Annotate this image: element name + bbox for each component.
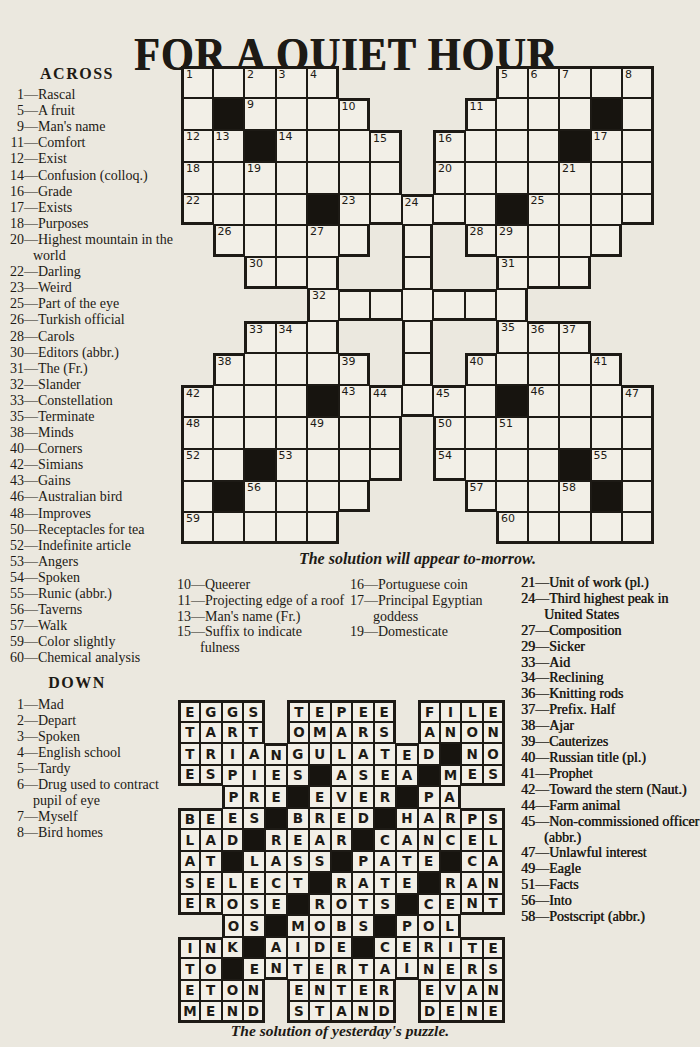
puzzle-cell-r4c15[interactable] [622,162,654,194]
solution-cell-r2c2: A [200,722,222,744]
puzzle-cell-r7c11[interactable]: 31 [496,257,528,289]
puzzle-cell-r11c9[interactable]: 45 [433,385,465,417]
puzzle-cell-r3c9[interactable]: 16 [433,130,465,162]
solution-letter: A [380,961,390,977]
puzzle-cell-r11c13[interactable] [559,385,591,417]
puzzle-cell-r7c8[interactable] [402,257,434,289]
puzzle-cell-r6c14[interactable] [591,225,623,257]
clue-text: Constellation [38,393,113,408]
puzzle-cell-r2c6[interactable]: 10 [339,98,371,130]
puzzle-cell-r11c5 [307,385,339,417]
puzzle-cell-r10c2[interactable]: 38 [213,353,245,385]
puzzle-cell-r1c11[interactable]: 5 [496,66,528,98]
cell-number: 12 [186,131,200,143]
puzzle-cell-r5c12[interactable]: 25 [528,194,560,226]
solution-cell-r8c13 [440,851,462,873]
puzzle-cell-r7c12[interactable] [528,257,560,289]
puzzle-cell-r8c7[interactable] [370,289,402,321]
puzzle-cell-r5c9[interactable] [433,194,465,226]
puzzle-cell-r13c1[interactable]: 52 [181,449,213,481]
puzzle-cell-r8c6[interactable] [339,289,371,321]
clue-number: 11 [173,593,191,609]
solution-cell-r2c8: A [331,722,353,744]
clue-number: 10 [173,577,191,593]
puzzle-cell-r6c3[interactable] [244,225,276,257]
clue-number: 54 [6,570,24,586]
puzzle-cell-r3c11[interactable] [496,130,528,162]
puzzle-cell-r11c10[interactable] [465,385,497,417]
puzzle-cell-r14c15[interactable] [622,481,654,513]
puzzle-cell-r4c6[interactable] [339,162,371,194]
puzzle-cell-r3c3 [244,130,276,162]
solution-letter: A [467,982,477,998]
puzzle-cell-r5c13[interactable] [559,194,591,226]
puzzle-cell-r8c9[interactable] [433,289,465,321]
solution-cell-r13c7: E [309,958,331,980]
clue: 38—Ajar [517,718,700,734]
puzzle-cell-r5c2[interactable] [213,194,245,226]
puzzle-cell-r4c5[interactable] [307,162,339,194]
solution-cell-r12c15: E [483,937,505,959]
clue-number: 55 [6,586,24,602]
solution-cell-r3c4: A [243,743,265,765]
puzzle-cell-r10c3[interactable] [244,353,276,385]
solution-letter: L [445,918,454,934]
clue: 25—Part of the eye [6,296,176,312]
clue-number: 39 [517,734,535,750]
puzzle-cell-r4c14[interactable] [591,162,623,194]
solution-cell-r3c8: L [331,743,353,765]
puzzle-cell-r5c8[interactable]: 24 [402,194,434,226]
puzzle-cell-r10c5[interactable] [307,353,339,385]
puzzle-cell-r3c10[interactable] [465,130,497,162]
clue-text: Highest mountain in the world [33,232,173,263]
puzzle-cell-r9c12[interactable]: 36 [528,321,560,353]
puzzle-cell-r6c5[interactable]: 27 [307,225,339,257]
puzzle-cell-r11c3[interactable] [244,385,276,417]
solution-cell-r14c4: N [243,980,265,1002]
puzzle-cell-r7c5[interactable] [307,257,339,289]
solution-cell-r5c3: P [222,786,244,808]
puzzle-cell-r15c4[interactable] [276,512,308,544]
puzzle-cell-r3c15[interactable] [622,130,654,162]
solution-letter: D [227,832,238,848]
solution-letter: S [315,853,325,869]
clue-number: 40 [517,750,535,766]
solution-letter: N [487,982,498,998]
clue-text: Domesticate [378,624,448,639]
puzzle-cell-r2c1[interactable] [181,98,213,130]
puzzle-cell-r14c12[interactable] [528,481,560,513]
puzzle-cell-r10c13[interactable] [559,353,591,385]
puzzle-cell-r4c10[interactable] [465,162,497,194]
puzzle-cell-r15c3[interactable] [244,512,276,544]
puzzle-cell-r12c4[interactable] [276,417,308,449]
clue-text: Grade [38,184,72,199]
clue-text: Projecting edge of a roof [205,593,344,608]
solution-cell-r3c1: T [178,743,200,765]
puzzle-cell-r15c13[interactable] [559,512,591,544]
puzzle-cell-r4c3[interactable]: 19 [244,162,276,194]
cell-number: 18 [186,163,200,175]
puzzle-cell-r11c2[interactable] [213,385,245,417]
puzzle-cell-r11c1[interactable]: 42 [181,385,213,417]
puzzle-cell-r5c3[interactable] [244,194,276,226]
puzzle-cell-r15c11[interactable]: 60 [496,512,528,544]
solution-letter: N [248,982,259,998]
solution-cell-r6c3: E [222,808,244,830]
cell-number: 59 [186,513,200,525]
puzzle-cell-r4c11[interactable] [496,162,528,194]
puzzle-cell-r3c2[interactable]: 13 [213,130,245,162]
puzzle-cell-r15c12[interactable] [528,512,560,544]
puzzle-cell-r6c2[interactable]: 26 [213,225,245,257]
solution-cell-r14c3: O [222,980,244,1002]
solution-letter: L [250,853,259,869]
puzzle-cell-r12c3[interactable] [244,417,276,449]
puzzle-cell-r8c5[interactable]: 32 [307,289,339,321]
clue: 14—Confusion (colloq.) [6,168,176,184]
solution-letter: E [228,810,237,826]
puzzle-cell-r13c10[interactable] [465,449,497,481]
puzzle-cell-r4c13[interactable]: 21 [559,162,591,194]
puzzle-cell-r13c14[interactable]: 55 [591,449,623,481]
puzzle-cell-r6c10[interactable]: 28 [465,225,497,257]
solution-letter: L [186,832,195,848]
puzzle-cell-r3c1[interactable]: 12 [181,130,213,162]
clue-number: 1 [6,697,24,713]
solution-cell-r1c14: L [461,700,483,722]
puzzle-cell-r15c15[interactable] [622,512,654,544]
puzzle-cell-r12c13[interactable] [559,417,591,449]
solution-cell-r13c14: R [461,958,483,980]
clue-text: Turkish official [38,312,125,327]
puzzle-cell-r3c6[interactable] [339,130,371,162]
puzzle-cell-r6c8[interactable] [402,225,434,257]
solution-cell-r9c14: A [461,872,483,894]
solution-letter: E [488,940,497,956]
cell-number: 57 [470,482,484,494]
puzzle-cell-r6c6[interactable] [339,225,371,257]
puzzle-cell-r11c7[interactable]: 44 [370,385,402,417]
solution-letter: R [336,961,346,977]
puzzle-cell-r1c4[interactable]: 3 [276,66,308,98]
puzzle-cell-r11c14[interactable] [591,385,623,417]
solution-cell-r12c1: I [178,937,200,959]
puzzle-cell-r1c12[interactable]: 6 [528,66,560,98]
puzzle-cell-r6c12[interactable] [528,225,560,257]
solution-cell-r9c11: E [396,872,418,894]
solution-cell-r9c6: T [287,872,309,894]
puzzle-cell-r3c5[interactable] [307,130,339,162]
puzzle-cell-r4c4[interactable] [276,162,308,194]
puzzle-cell-r15c14[interactable] [591,512,623,544]
puzzle-cell-r12c9[interactable]: 50 [433,417,465,449]
puzzle-cell-r2c3[interactable]: 9 [244,98,276,130]
solution-letter: N [270,960,281,976]
solution-letter: E [402,939,411,955]
solution-cell-r7c3: D [222,829,244,851]
puzzle-cell-r5c15[interactable] [622,194,654,226]
puzzle-cell-r14c1[interactable] [181,481,213,513]
puzzle-cell-r4c9[interactable]: 20 [433,162,465,194]
puzzle-cell-r11c15[interactable]: 47 [622,385,654,417]
puzzle-cell-r9c4[interactable]: 34 [276,321,308,353]
solution-cell-r14c8: T [331,980,353,1002]
puzzle-cell-r1c2[interactable] [213,66,245,98]
clue-text: Bird homes [38,825,103,840]
puzzle-cell-r5c1[interactable]: 22 [181,194,213,226]
down-clue-list-mid1: 10—Queerer11—Projecting edge of a roof13… [173,577,345,656]
puzzle-cell-r14c5[interactable] [307,481,339,513]
solution-cell-r15c10: D [374,1001,396,1023]
puzzle-cell-r1c14[interactable] [591,66,623,98]
puzzle-cell-r9c8[interactable] [402,321,434,353]
clue-number: 6 [6,777,24,793]
puzzle-cell-r1c13[interactable]: 7 [559,66,591,98]
solution-letter: N [487,875,498,891]
puzzle-cell-r12c10[interactable] [465,417,497,449]
puzzle-cell-r9c11[interactable]: 35 [496,321,528,353]
puzzle-cell-r11c4[interactable] [276,385,308,417]
puzzle-cell-r8c11[interactable] [496,289,528,321]
solution-cell-r12c4 [243,937,265,959]
solution-cell-r6c8: E [331,808,353,830]
puzzle-cell-r2c4[interactable] [276,98,308,130]
clue-number: 35 [6,409,24,425]
solution-cell-r10c6 [287,894,309,916]
solution-letter: A [185,853,195,869]
puzzle-cell-r3c14[interactable]: 17 [591,130,623,162]
puzzle-cell-r6c4[interactable] [276,225,308,257]
clue-text: Minds [38,425,74,440]
clue: 33—Aid [517,655,700,671]
puzzle-cell-r2c11[interactable] [496,98,528,130]
solution-cell-r12c10: C [374,937,396,959]
solution-cell-r14c9: E [352,980,374,1002]
puzzle-cell-r10c10[interactable]: 40 [465,353,497,385]
puzzle-cell-r8c8[interactable] [402,289,434,321]
solution-cell-r11c4: S [243,915,265,937]
puzzle-cell-r14c13[interactable]: 58 [559,481,591,513]
solution-letter: A [271,853,281,869]
puzzle-cell-r12c12[interactable] [528,417,560,449]
cell-number: 8 [625,69,632,81]
solution-cell-r1c10: E [374,700,396,722]
puzzle-cell-r10c8[interactable] [402,353,434,385]
puzzle-cell-r15c5[interactable] [307,512,339,544]
clue-number: 7 [6,809,24,825]
puzzle-cell-r7c3[interactable]: 30 [244,257,276,289]
solution-letter: A [402,832,412,848]
solution-cell-r9c4: E [243,872,265,894]
solution-letter: C [446,832,456,848]
puzzle-cell-r2c5[interactable] [307,98,339,130]
solution-letter: A [402,767,412,783]
puzzle-cell-r5c10[interactable] [465,194,497,226]
puzzle-cell-r5c6[interactable]: 23 [339,194,371,226]
puzzle-cell-r12c15[interactable] [622,417,654,449]
clue: 39—Cauterizes [517,734,700,750]
clue-text: Runic (abbr.) [38,586,112,601]
clue-text: Toward the stern (Naut.) [549,782,686,797]
puzzle-cell-r1c3[interactable]: 2 [244,66,276,98]
puzzle-cell-r4c12[interactable] [528,162,560,194]
clue-text: Darling [38,264,81,279]
puzzle-cell-r4c1[interactable]: 18 [181,162,213,194]
solution-cell-r13c10: A [374,958,396,980]
puzzle-cell-r9c13[interactable]: 37 [559,321,591,353]
puzzle-cell-r1c15[interactable]: 8 [622,66,654,98]
clue: 42—Toward the stern (Naut.) [517,782,700,798]
puzzle-cell-r13c6[interactable] [339,449,371,481]
clue-text: Exist [38,151,67,166]
solution-cell-r7c13: C [440,829,462,851]
solution-letter: A [358,875,368,891]
puzzle-cell-r11c8[interactable] [402,385,434,417]
puzzle-cell-r12c2[interactable] [213,417,245,449]
solution-letter: P [337,704,347,720]
solution-cell-r8c11: T [396,851,418,873]
solution-cell-r4c7 [309,765,331,787]
puzzle-cell-r7c13[interactable] [559,257,591,289]
solution-cell-r5c6 [287,786,309,808]
clue: 32—Slander [6,377,176,393]
puzzle-cell-r1c5[interactable]: 4 [307,66,339,98]
puzzle-cell-r10c11[interactable] [496,353,528,385]
clue: 5—Tardy [6,761,176,777]
solution-letter: A [314,832,324,848]
puzzle-cell-r13c9[interactable]: 54 [433,449,465,481]
cell-number: 14 [279,131,293,143]
clue-number: 40 [6,441,24,457]
puzzle-cell-r14c6[interactable] [339,481,371,513]
puzzle-cell-r12c5[interactable]: 49 [307,417,339,449]
solution-cell-r1c6: T [287,700,309,722]
clue: 53—Angers [6,554,176,570]
clue: 17—Principal Egyptian goddess [346,593,514,625]
solution-letter: V [336,789,346,805]
puzzle-cell-r15c1[interactable]: 59 [181,512,213,544]
puzzle-cell-r11c6[interactable]: 43 [339,385,371,417]
puzzle-cell-r13c12[interactable] [528,449,560,481]
clue: 9—Man's name [6,119,176,135]
puzzle-cell-r13c15[interactable] [622,449,654,481]
solution-cell-r1c3: G [222,700,244,722]
clue: 56—Into [517,893,700,909]
cell-number: 28 [470,226,484,238]
clue-text: Composition [549,623,621,638]
puzzle-cell-r14c11[interactable] [496,481,528,513]
puzzle-cell-r5c7[interactable] [370,194,402,226]
solution-cell-r8c1: A [178,851,200,873]
clue: 52—Indefinite article [6,538,176,554]
puzzle-cell-r9c3[interactable]: 33 [244,321,276,353]
puzzle-cell-r3c4[interactable]: 14 [276,130,308,162]
puzzle-cell-r12c1[interactable]: 48 [181,417,213,449]
puzzle-cell-r13c4[interactable]: 53 [276,449,308,481]
clue-text: Ajar [549,718,574,733]
solution-cell-r3c13 [440,743,462,765]
solution-cell-r10c1: E [178,894,200,916]
puzzle-cell-r8c10[interactable] [465,289,497,321]
solution-cell-r14c7: N [309,980,331,1002]
cell-number: 37 [562,324,576,336]
puzzle-cell-r4c7[interactable] [370,162,402,194]
puzzle-cell-r12c14[interactable] [591,417,623,449]
puzzle-cell-r4c2[interactable] [213,162,245,194]
puzzle-cell-r13c2[interactable] [213,449,245,481]
puzzle-cell-r12c6[interactable] [339,417,371,449]
puzzle-cell-r14c10[interactable]: 57 [465,481,497,513]
solution-cell-r15c15: E [483,1001,505,1023]
clue-number: 8 [6,825,24,841]
cell-number: 20 [438,163,452,175]
puzzle-cell-r5c4[interactable] [276,194,308,226]
solution-letter: E [185,704,194,720]
puzzle-cell-r9c5[interactable] [307,321,339,353]
cell-number: 40 [470,356,484,368]
clue-text: Part of the eye [38,296,119,311]
puzzle-cell-r6c13[interactable] [559,225,591,257]
puzzle-cell-r14c4[interactable] [276,481,308,513]
puzzle-cell-r12c7[interactable] [370,417,402,449]
puzzle-cell-r10c4[interactable] [276,353,308,385]
solution-letter: T [293,961,302,977]
puzzle-cell-r12c11[interactable]: 51 [496,417,528,449]
solution-cell-r4c13: M [440,765,462,787]
solution-letter: O [227,896,238,912]
clue-text: Eagle [549,861,581,876]
puzzle-cell-r10c12[interactable] [528,353,560,385]
puzzle-cell-r6c11[interactable]: 29 [496,225,528,257]
cell-number: 39 [342,356,356,368]
solution-letter: T [468,940,477,956]
solution-cell-r6c11: H [396,808,418,830]
puzzle-cell-r13c7[interactable] [370,449,402,481]
puzzle-cell-r13c5[interactable] [307,449,339,481]
clue-number: 16 [346,577,364,593]
solution-letter: A [423,810,433,826]
puzzle-cell-r5c14[interactable] [591,194,623,226]
clue: 47—Unlawful interest [517,845,700,861]
solution-letter: N [423,832,434,848]
puzzle-cell-r3c12[interactable] [528,130,560,162]
puzzle-cell-r3c7[interactable]: 15 [370,130,402,162]
puzzle-cell-r1c1[interactable]: 1 [181,66,213,98]
puzzle-cell-r2c12[interactable] [528,98,560,130]
solution-cell-r4c15: S [483,765,505,787]
solution-letter: C [424,896,434,912]
puzzle-cell-r2c13[interactable] [559,98,591,130]
clue: 33—Constellation [6,393,176,409]
puzzle-cell-r13c11[interactable] [496,449,528,481]
clue-text: Sicker [549,639,585,654]
puzzle-cell-r2c15[interactable] [622,98,654,130]
puzzle-cell-r2c10[interactable]: 11 [465,98,497,130]
puzzle-cell-r15c2[interactable] [213,512,245,544]
solution-letter: U [314,746,325,762]
puzzle-cell-r14c3[interactable]: 56 [244,481,276,513]
clue-text: Indefinite article [38,538,131,553]
solution-cell-r12c6: I [287,937,309,959]
puzzle-cell-r11c12[interactable]: 46 [528,385,560,417]
clue: 55—Runic (abbr.) [6,586,176,602]
solution-cell-r3c2: R [200,743,222,765]
puzzle-cell-r10c14[interactable]: 41 [591,353,623,385]
puzzle-cell-r10c6[interactable]: 39 [339,353,371,385]
puzzle-cell-r7c4[interactable] [276,257,308,289]
